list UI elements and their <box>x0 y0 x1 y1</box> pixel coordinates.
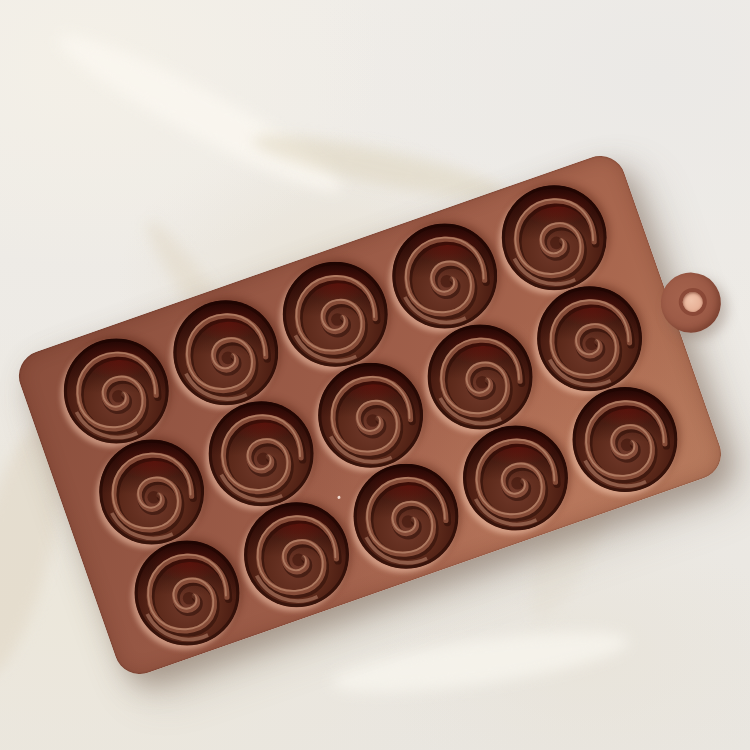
cavity-swirl <box>243 502 348 607</box>
cavity-swirl <box>392 223 497 328</box>
cavity-swirl <box>99 439 204 544</box>
marble-vein <box>48 18 352 209</box>
marble-vein <box>328 619 631 704</box>
cavity-swirl <box>536 286 641 391</box>
cavity-swirl <box>208 401 313 506</box>
cavity-swirl <box>173 300 278 405</box>
cavity-swirl <box>318 363 423 468</box>
dust-speck <box>337 495 341 499</box>
chocolate-mold <box>12 149 728 681</box>
cavity-swirl <box>134 540 239 645</box>
cavity-swirl <box>282 262 387 367</box>
cavity-swirl <box>63 338 168 443</box>
cavity-swirl <box>427 324 532 429</box>
cavity-swirl <box>462 425 567 530</box>
photo-caption: Overhead photo of a brown silicone choco… <box>0 0 1 1</box>
cavity-swirl <box>572 387 677 492</box>
cavity-swirl <box>353 463 458 568</box>
cavity-swirl <box>501 185 606 290</box>
